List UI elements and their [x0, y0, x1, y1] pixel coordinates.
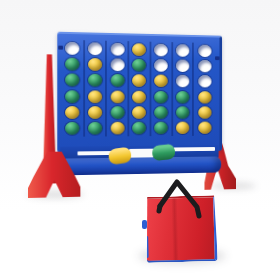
game-board: [57, 32, 222, 153]
empty-hole: [110, 42, 124, 55]
board-cell: [173, 73, 194, 89]
green-ball: [154, 106, 168, 119]
board-cell: [85, 120, 107, 136]
board-cell: [107, 89, 129, 105]
yellow-ball: [88, 106, 102, 119]
board-cell: [173, 120, 194, 136]
empty-hole: [88, 42, 102, 55]
board-cell: [129, 57, 151, 73]
empty-hole: [154, 43, 168, 56]
empty-hole: [176, 75, 189, 88]
board-cell: [151, 57, 173, 73]
bag-handles: [140, 170, 220, 230]
board-cell: [107, 41, 129, 57]
board-cell: [107, 73, 129, 89]
green-ball: [154, 122, 168, 135]
board-cell: [85, 56, 107, 72]
board-cell: [194, 74, 215, 90]
yellow-ball: [198, 106, 211, 118]
green-ball: [65, 122, 79, 135]
green-ball: [133, 59, 147, 72]
board-cell: [62, 104, 85, 120]
slider-slat-right: [165, 147, 215, 151]
green-ball: [154, 91, 168, 104]
board-cell: [194, 120, 215, 136]
green-ball: [88, 122, 102, 135]
empty-hole: [176, 59, 189, 72]
green-ball: [110, 106, 124, 119]
board-cell: [129, 105, 151, 121]
product-photo-scene: [0, 0, 280, 280]
green-ball: [88, 74, 102, 87]
empty-hole: [110, 58, 124, 71]
green-ball: [176, 91, 189, 103]
green-ball: [65, 74, 79, 87]
board-cell: [129, 41, 151, 57]
yellow-ball: [176, 122, 189, 134]
board-cell: [62, 121, 85, 137]
board-cell: [85, 104, 107, 120]
empty-hole: [154, 59, 168, 72]
board-cell: [129, 89, 151, 105]
board-cell: [194, 105, 215, 121]
board-cell: [107, 120, 129, 136]
board-cell: [129, 120, 151, 136]
board-cell: [151, 89, 173, 105]
empty-hole: [176, 44, 189, 57]
empty-hole: [65, 41, 79, 54]
green-ball: [133, 122, 147, 135]
yellow-ball: [88, 90, 102, 103]
yellow-ball: [65, 106, 79, 119]
board-cell: [129, 73, 151, 89]
board-cell: [151, 105, 173, 121]
yellow-ball: [198, 91, 211, 103]
yellow-ball: [133, 106, 147, 119]
empty-hole: [198, 75, 211, 87]
yellow-ball: [133, 43, 147, 56]
board-grid: [62, 40, 215, 137]
green-ball: [65, 58, 79, 71]
empty-hole: [198, 44, 211, 57]
board-cell: [62, 72, 85, 88]
board-cell: [62, 56, 85, 72]
board-cell: [194, 89, 215, 105]
board-cell: [62, 88, 85, 104]
board-cell: [151, 42, 173, 58]
board-cell: [107, 105, 129, 121]
board-cell: [151, 120, 173, 136]
green-ball: [65, 90, 79, 103]
empty-hole: [198, 60, 211, 73]
yellow-ball: [88, 58, 102, 71]
board-cell: [173, 89, 194, 105]
board-cell: [151, 73, 173, 89]
board-cell: [194, 43, 215, 59]
board-cell: [107, 57, 129, 73]
board-cell: [194, 58, 215, 74]
yellow-ball: [110, 122, 124, 135]
board-cell: [173, 42, 194, 58]
frame-slot-right: [215, 56, 219, 60]
green-ball: [176, 106, 189, 118]
yellow-ball: [133, 90, 147, 103]
board-cell: [85, 72, 107, 88]
board-cell: [62, 40, 85, 57]
green-ball: [110, 74, 124, 87]
board-cell: [173, 105, 194, 121]
yellow-ball: [198, 122, 211, 134]
yellow-ball: [133, 75, 147, 88]
yellow-ball: [154, 75, 168, 88]
board-cell: [85, 88, 107, 104]
yellow-ball: [110, 90, 124, 103]
board-cell: [85, 40, 107, 56]
board-cell: [173, 58, 194, 74]
